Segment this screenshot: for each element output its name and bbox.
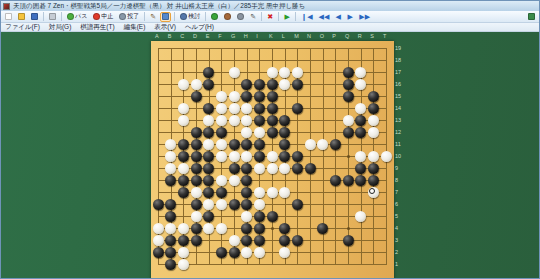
review-button-label: 検討 (188, 12, 200, 21)
stone-white-E4[interactable] (203, 223, 214, 234)
stone-black-H15[interactable] (241, 91, 252, 102)
stone-black-G2[interactable] (229, 247, 240, 258)
column-label-B: B (168, 33, 172, 39)
stone-white-G15[interactable] (229, 91, 240, 102)
column-label-A: A (155, 33, 159, 39)
stone-black-G6[interactable] (229, 199, 240, 210)
stone-white-C14[interactable] (178, 103, 189, 114)
stone-white-C13[interactable] (178, 115, 189, 126)
back-10-button-icon: ◀◀ (319, 13, 330, 20)
stone-white-B10[interactable] (165, 151, 176, 162)
stone-black-H16[interactable] (241, 79, 252, 90)
stone-black-D3[interactable] (191, 235, 202, 246)
stone-black-L13[interactable] (279, 115, 290, 126)
stone-white-R5[interactable] (355, 211, 366, 222)
delete-button-icon: ✖ (267, 13, 273, 20)
stone-black-E9[interactable] (203, 163, 214, 174)
stone-white-H5[interactable] (241, 211, 252, 222)
stone-white-K17[interactable] (267, 67, 278, 78)
pass-button[interactable]: パス (65, 12, 89, 22)
forward-10-button-icon: ▶▶ (359, 13, 370, 20)
stone-black-I15[interactable] (254, 91, 265, 102)
open-folder-button[interactable] (16, 12, 27, 22)
stone-black-K15[interactable] (267, 91, 278, 102)
stone-black-H9[interactable] (241, 163, 252, 174)
stone-white-L2[interactable] (279, 247, 290, 258)
stone-black-K16[interactable] (267, 79, 278, 90)
stone-white-I7[interactable] (254, 187, 265, 198)
stone-white-R14[interactable] (355, 103, 366, 114)
stone-black-Q12[interactable] (343, 127, 354, 138)
stone-black-F12[interactable] (216, 127, 227, 138)
stone-black-A2[interactable] (153, 247, 164, 258)
stone-black-M14[interactable] (292, 103, 303, 114)
stone-black-C11[interactable] (178, 139, 189, 150)
stone-white-D5[interactable] (191, 211, 202, 222)
stone-black-Q8[interactable] (343, 175, 354, 186)
menu-item-4[interactable]: 編集(E) (124, 23, 146, 32)
stone-black-H3[interactable] (241, 235, 252, 246)
delete-button[interactable]: ✖ (265, 12, 275, 22)
row-label-4: 4 (395, 225, 398, 231)
menu-item-1[interactable]: ファイル(F) (5, 23, 40, 32)
stone-black-P11[interactable] (330, 139, 341, 150)
board-setup-button[interactable] (160, 12, 171, 22)
stone-white-Q13[interactable] (343, 115, 354, 126)
stone-black-D15[interactable] (191, 91, 202, 102)
stone-white-F6[interactable] (216, 199, 227, 210)
stone-white-B9[interactable] (165, 163, 176, 174)
stone-black-E5[interactable] (203, 211, 214, 222)
stone-white-R16[interactable] (355, 79, 366, 90)
row-label-13: 13 (395, 117, 401, 123)
window-title: 天頂の囲碁 7 Zen・棋聖戦第5局／一力遼棋聖（黒） 対 井山裕太王座（白）／… (13, 2, 305, 11)
stone-black-A6[interactable] (153, 199, 164, 210)
column-label-H: H (244, 33, 248, 39)
stone-white-G17[interactable] (229, 67, 240, 78)
menu-item-6[interactable]: ヘルプ(H) (185, 23, 214, 32)
save-button-icon (31, 13, 38, 20)
stone-black-H6[interactable] (241, 199, 252, 210)
stone-black-O4[interactable] (317, 223, 328, 234)
hint-green-button-icon (211, 13, 218, 20)
star-point (271, 227, 274, 230)
stone-white-F13[interactable] (216, 115, 227, 126)
stone-black-B8[interactable] (165, 175, 176, 186)
row-label-5: 5 (395, 213, 398, 219)
stone-black-S9[interactable] (368, 163, 379, 174)
column-label-C: C (180, 33, 184, 39)
row-label-11: 11 (395, 141, 401, 147)
forward-10-button[interactable]: ▶▶ (357, 12, 372, 22)
stone-white-C4[interactable] (178, 223, 189, 234)
hint-gray-button[interactable] (235, 12, 246, 22)
stone-black-D12[interactable] (191, 127, 202, 138)
stone-black-K5[interactable] (267, 211, 278, 222)
stone-black-Q17[interactable] (343, 67, 354, 78)
stone-white-H14[interactable] (241, 103, 252, 114)
resign-button-icon (119, 13, 126, 20)
edit-pencil-button-icon: ✎ (150, 13, 156, 20)
row-label-7: 7 (395, 189, 398, 195)
resign-button-label: 投了 (127, 12, 139, 21)
forward-1-button[interactable]: ▶ (345, 12, 355, 22)
stone-black-S8[interactable] (368, 175, 379, 186)
print-button-icon (49, 13, 56, 20)
review-button-icon (180, 13, 187, 20)
stop-button-label: 中止 (101, 12, 113, 21)
resign-button[interactable]: 投了 (117, 12, 141, 22)
back-10-button[interactable]: ◀◀ (317, 12, 332, 22)
stone-black-I10[interactable] (254, 151, 265, 162)
board-view-button-icon (528, 13, 535, 20)
stop-button-icon (93, 13, 100, 20)
stone-black-E17[interactable] (203, 67, 214, 78)
star-point (347, 227, 350, 230)
stone-black-R8[interactable] (355, 175, 366, 186)
hint-brown-button[interactable] (222, 12, 233, 22)
title-bar: 天頂の囲碁 7 Zen・棋聖戦第5局／一力遼棋聖（黒） 対 井山裕太王座（白）／… (1, 1, 539, 11)
stone-white-H2[interactable] (241, 247, 252, 258)
stop-button[interactable]: 中止 (91, 12, 115, 22)
stone-black-C10[interactable] (178, 151, 189, 162)
stone-white-K9[interactable] (267, 163, 278, 174)
toolbar: パス中止投了✎検討✎✖▶❙◀◀◀◀▶▶▶ (1, 11, 539, 23)
stone-black-D9[interactable] (191, 163, 202, 174)
stone-black-I4[interactable] (254, 223, 265, 234)
go-first-button-icon: ❙◀ (301, 13, 312, 20)
column-label-M: M (294, 33, 299, 39)
stone-white-G13[interactable] (229, 115, 240, 126)
stone-white-B4[interactable] (165, 223, 176, 234)
column-label-T: T (383, 33, 386, 39)
stone-black-I14[interactable] (254, 103, 265, 114)
grid-line-vertical (335, 48, 336, 265)
toolbar-separator (144, 12, 145, 21)
stone-black-D4[interactable] (191, 223, 202, 234)
hint-gray-button-icon (237, 13, 244, 20)
stone-white-G3[interactable] (229, 235, 240, 246)
stone-black-I16[interactable] (254, 79, 265, 90)
stone-white-F14[interactable] (216, 103, 227, 114)
stone-white-I2[interactable] (254, 247, 265, 258)
stone-white-A3[interactable] (153, 235, 164, 246)
stone-black-E10[interactable] (203, 151, 214, 162)
stone-white-B11[interactable] (165, 139, 176, 150)
stone-white-L9[interactable] (279, 163, 290, 174)
stone-black-C7[interactable] (178, 187, 189, 198)
stone-white-N11[interactable] (305, 139, 316, 150)
toolbar-separator (278, 12, 279, 21)
stone-black-B6[interactable] (165, 199, 176, 210)
column-label-Q: Q (345, 33, 349, 39)
stone-black-D6[interactable] (191, 199, 202, 210)
stone-black-E7[interactable] (203, 187, 214, 198)
stone-black-Q16[interactable] (343, 79, 354, 90)
row-label-16: 16 (395, 81, 401, 87)
column-label-L: L (282, 33, 285, 39)
print-button[interactable] (47, 12, 58, 22)
pass-button-icon (67, 13, 74, 20)
stone-white-M17[interactable] (292, 67, 303, 78)
review-button[interactable]: 検討 (178, 12, 202, 22)
toolbar-separator (261, 12, 262, 21)
stone-black-P8[interactable] (330, 175, 341, 186)
stone-white-I12[interactable] (254, 127, 265, 138)
stone-white-H13[interactable] (241, 115, 252, 126)
stone-black-I5[interactable] (254, 211, 265, 222)
pass-button-label: パス (75, 12, 87, 21)
stone-white-C1[interactable] (178, 259, 189, 270)
row-label-2: 2 (395, 249, 398, 255)
stone-white-R17[interactable] (355, 67, 366, 78)
play-button-icon: ▶ (285, 13, 290, 20)
column-label-S: S (370, 33, 374, 39)
stone-white-I9[interactable] (254, 163, 265, 174)
stone-white-E6[interactable] (203, 199, 214, 210)
back-1-button[interactable]: ◀ (333, 12, 343, 22)
stone-white-F10[interactable] (216, 151, 227, 162)
stone-black-B1[interactable] (165, 259, 176, 270)
stone-black-H7[interactable] (241, 187, 252, 198)
toolbar-separator (205, 12, 206, 21)
stone-black-H8[interactable] (241, 175, 252, 186)
row-label-6: 6 (395, 201, 398, 207)
annotate-pencil-button[interactable]: ✎ (248, 12, 258, 22)
menu-item-5[interactable]: 表示(V) (154, 23, 176, 32)
stone-black-D11[interactable] (191, 139, 202, 150)
column-label-I: I (256, 33, 258, 39)
stone-white-L7[interactable] (279, 187, 290, 198)
toolbar-separator (43, 12, 44, 21)
stone-black-Q15[interactable] (343, 91, 354, 102)
column-label-P: P (332, 33, 336, 39)
stone-black-B2[interactable] (165, 247, 176, 258)
toolbar-separator (295, 12, 296, 21)
stone-black-L12[interactable] (279, 127, 290, 138)
stone-black-M10[interactable] (292, 151, 303, 162)
stone-black-F7[interactable] (216, 187, 227, 198)
stone-black-B5[interactable] (165, 211, 176, 222)
stone-black-I3[interactable] (254, 235, 265, 246)
stone-white-A4[interactable] (153, 223, 164, 234)
menu-item-3[interactable]: 棋譜再生(T) (80, 23, 114, 32)
stone-black-L4[interactable] (279, 223, 290, 234)
column-label-K: K (269, 33, 273, 39)
hint-brown-button-icon (224, 13, 231, 20)
row-label-3: 3 (395, 237, 398, 243)
go-first-button[interactable]: ❙◀ (299, 12, 314, 22)
row-label-17: 17 (395, 69, 401, 75)
stone-white-O11[interactable] (317, 139, 328, 150)
stone-black-G9[interactable] (229, 163, 240, 174)
column-label-D: D (193, 33, 197, 39)
grid-line-vertical (310, 48, 311, 265)
row-label-19: 19 (395, 45, 401, 51)
stone-white-C16[interactable] (178, 79, 189, 90)
stone-white-C2[interactable] (178, 247, 189, 258)
stone-black-M3[interactable] (292, 235, 303, 246)
column-label-N: N (307, 33, 311, 39)
stone-white-G14[interactable] (229, 103, 240, 114)
menu-item-2[interactable]: 対局(G) (49, 23, 71, 32)
forward-1-button-icon: ▶ (348, 13, 353, 20)
play-button[interactable]: ▶ (282, 12, 292, 22)
row-label-8: 8 (395, 177, 398, 183)
stone-black-K12[interactable] (267, 127, 278, 138)
stone-white-H12[interactable] (241, 127, 252, 138)
column-label-O: O (320, 33, 324, 39)
stone-white-T10[interactable] (381, 151, 392, 162)
stone-white-F11[interactable] (216, 139, 227, 150)
stone-white-I6[interactable] (254, 199, 265, 210)
board-area: ABCDEFGHIKLMNOPQRST191817161514131211109… (1, 32, 540, 279)
stone-white-R10[interactable] (355, 151, 366, 162)
stone-black-N9[interactable] (305, 163, 316, 174)
stone-black-G11[interactable] (229, 139, 240, 150)
stone-black-I13[interactable] (254, 115, 265, 126)
stone-white-S12[interactable] (368, 127, 379, 138)
toolbar-separator (174, 12, 175, 21)
column-label-F: F (218, 33, 221, 39)
stone-black-C8[interactable] (178, 175, 189, 186)
stone-black-M9[interactable] (292, 163, 303, 174)
grid-line-horizontal (158, 252, 386, 253)
stone-black-C3[interactable] (178, 235, 189, 246)
stone-white-L17[interactable] (279, 67, 290, 78)
stone-white-G10[interactable] (229, 151, 240, 162)
grid-line-horizontal (158, 264, 386, 265)
stone-black-B3[interactable] (165, 235, 176, 246)
stone-black-S14[interactable] (368, 103, 379, 114)
column-label-E: E (206, 33, 210, 39)
stone-black-M16[interactable] (292, 79, 303, 90)
row-label-12: 12 (395, 129, 401, 135)
stone-white-S13[interactable] (368, 115, 379, 126)
stone-black-Q3[interactable] (343, 235, 354, 246)
row-label-9: 9 (395, 165, 398, 171)
row-label-15: 15 (395, 93, 401, 99)
app-window: 天頂の囲碁 7 Zen・棋聖戦第5局／一力遼棋聖（黒） 対 井山裕太王座（白）／… (0, 0, 540, 279)
hint-green-button[interactable] (209, 12, 220, 22)
stone-white-F4[interactable] (216, 223, 227, 234)
stone-black-E14[interactable] (203, 103, 214, 114)
stone-white-F15[interactable] (216, 91, 227, 102)
stone-white-E11[interactable] (203, 139, 214, 150)
stone-white-C9[interactable] (178, 163, 189, 174)
stone-black-I11[interactable] (254, 139, 265, 150)
stone-black-D8[interactable] (191, 175, 202, 186)
row-label-1: 1 (395, 261, 398, 267)
row-label-10: 10 (395, 153, 401, 159)
stone-black-L3[interactable] (279, 235, 290, 246)
stone-white-D16[interactable] (191, 79, 202, 90)
stone-black-D10[interactable] (191, 151, 202, 162)
stone-black-L10[interactable] (279, 151, 290, 162)
stone-black-S15[interactable] (368, 91, 379, 102)
stone-black-R13[interactable] (355, 115, 366, 126)
stone-white-E13[interactable] (203, 115, 214, 126)
stone-black-K13[interactable] (267, 115, 278, 126)
stone-white-H10[interactable] (241, 151, 252, 162)
stone-white-L16[interactable] (279, 79, 290, 90)
stone-white-G8[interactable] (229, 175, 240, 186)
stone-black-E8[interactable] (203, 175, 214, 186)
board-setup-button-icon (162, 13, 169, 20)
stone-white-K10[interactable] (267, 151, 278, 162)
stone-black-M6[interactable] (292, 199, 303, 210)
stone-black-K14[interactable] (267, 103, 278, 114)
annotate-pencil-button-icon: ✎ (250, 13, 256, 20)
new-file-button-icon (5, 13, 12, 20)
stone-black-H4[interactable] (241, 223, 252, 234)
column-label-G: G (231, 33, 235, 39)
back-1-button-icon: ◀ (336, 13, 341, 20)
stone-white-D7[interactable] (191, 187, 202, 198)
board-view-button[interactable] (526, 12, 537, 22)
new-file-button[interactable] (3, 12, 14, 22)
row-label-14: 14 (395, 105, 401, 111)
stone-white-F8[interactable] (216, 175, 227, 186)
edit-pencil-button[interactable]: ✎ (148, 12, 158, 22)
stone-black-H11[interactable] (241, 139, 252, 150)
stone-white-K7[interactable] (267, 187, 278, 198)
stone-black-R9[interactable] (355, 163, 366, 174)
open-folder-button-icon (18, 13, 25, 20)
column-label-R: R (358, 33, 362, 39)
stone-white-S10[interactable] (368, 151, 379, 162)
save-button[interactable] (29, 12, 40, 22)
stone-black-F2[interactable] (216, 247, 227, 258)
star-point (347, 155, 350, 158)
menu-bar: ファイル(F)対局(G)棋譜再生(T)編集(E)表示(V)ヘルプ(H) (1, 23, 539, 32)
row-label-18: 18 (395, 57, 401, 63)
toolbar-separator (61, 12, 62, 21)
app-icon (3, 3, 10, 10)
stone-black-E16[interactable] (203, 79, 214, 90)
stone-black-E12[interactable] (203, 127, 214, 138)
stone-black-L11[interactable] (279, 139, 290, 150)
stone-black-R12[interactable] (355, 127, 366, 138)
